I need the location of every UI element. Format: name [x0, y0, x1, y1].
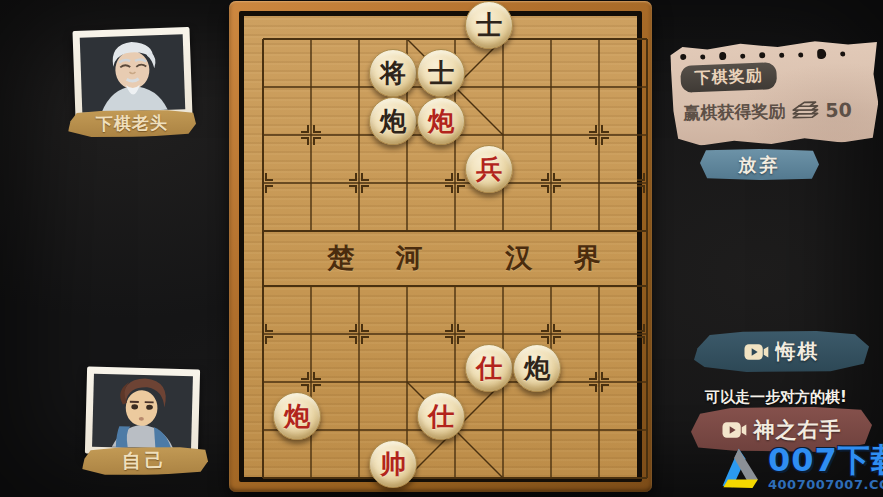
piece-red-advisor[interactable]: 仕	[465, 344, 513, 392]
piece-black-advisor[interactable]: 士	[417, 49, 465, 97]
piece-black-advisor[interactable]: 士	[465, 1, 513, 49]
piece-red-cannon[interactable]: 炮	[273, 392, 321, 440]
piece-red-advisor[interactable]: 仕	[417, 392, 465, 440]
xiangqi-board[interactable]: 楚 河 汉 界 士将士炮炮兵仕炮炮仕帅	[229, 1, 652, 492]
piece-black-cannon[interactable]: 炮	[369, 97, 417, 145]
self-name-tag: 自己	[82, 446, 208, 476]
piece-red-soldier[interactable]: 兵	[465, 145, 513, 193]
gods-hand-tip: 可以走一步对方的棋!	[680, 388, 872, 407]
reward-amount: 50	[825, 98, 852, 121]
reward-title: 下棋奖励	[694, 66, 763, 88]
reward-desc: 赢棋获得奖励	[683, 99, 785, 124]
game-screen: 楚 河 汉 界 士将士炮炮兵仕炮炮仕帅 下棋老头	[0, 0, 883, 497]
piece-red-cannon[interactable]: 炮	[417, 97, 465, 145]
undo-move-label: 悔棋	[776, 338, 820, 365]
give-up-button[interactable]: 放弃	[700, 149, 819, 180]
opponent-name: 下棋老头	[96, 111, 168, 135]
video-icon	[722, 421, 747, 439]
piece-red-general[interactable]: 帅	[369, 440, 417, 488]
self-portrait	[92, 374, 193, 450]
undo-move-button[interactable]: 悔棋	[694, 331, 869, 372]
give-up-label: 放弃	[739, 153, 781, 177]
piece-black-cannon[interactable]: 炮	[513, 344, 561, 392]
reward-panel: 下棋奖励 赢棋获得奖励 50	[670, 39, 879, 146]
self-portrait-frame	[85, 367, 200, 457]
watermark-link[interactable]: 007下载 4007007007.COM	[718, 444, 883, 492]
watermark-brand: 007下载	[768, 444, 883, 476]
old-man-avatar-icon	[80, 34, 186, 113]
paper-holes	[680, 48, 866, 62]
video-icon	[744, 343, 769, 361]
reward-line: 赢棋获得奖励 50	[683, 97, 852, 125]
banknotes-icon	[789, 98, 821, 123]
opponent-name-tag: 下棋老头	[68, 109, 196, 138]
opponent-portrait-frame	[72, 27, 192, 120]
reward-title-badge: 下棋奖励	[680, 62, 777, 93]
logo-triangle-icon	[718, 444, 764, 492]
opponent-portrait	[80, 34, 186, 113]
pieces-layer: 士将士炮炮兵仕炮炮仕帅	[229, 1, 652, 492]
young-man-avatar-icon	[92, 374, 193, 450]
self-name: 自己	[122, 448, 168, 475]
gods-right-hand-label: 神之右手	[754, 416, 842, 444]
watermark-url: 4007007007.COM	[768, 477, 883, 492]
piece-black-general[interactable]: 将	[369, 49, 417, 97]
